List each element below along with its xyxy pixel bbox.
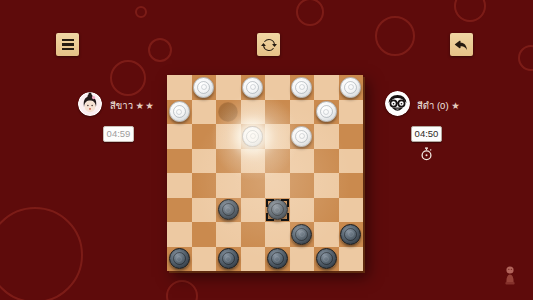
black-player-avatar (385, 91, 410, 116)
black-player-clock: 04:50 (411, 126, 442, 142)
board-cell-r4c5[interactable] (290, 173, 315, 198)
board-cell-r6c1[interactable] (192, 222, 217, 247)
black-piece[interactable] (218, 248, 239, 269)
white-player-clock: 04:59 (103, 126, 134, 142)
decor-ring (296, 0, 324, 26)
pawn-silhouette-icon (503, 265, 517, 287)
black-piece[interactable] (316, 248, 337, 269)
black-piece[interactable] (267, 199, 288, 220)
board-cell-r4c1[interactable] (192, 173, 217, 198)
white-piece[interactable] (340, 77, 361, 98)
board-cell-r3c6[interactable] (314, 149, 339, 174)
white-piece[interactable] (193, 77, 214, 98)
decor-ring (454, 0, 486, 22)
board-cell-r2c5[interactable] (290, 124, 315, 149)
black-piece[interactable] (291, 224, 312, 245)
decor-ring (166, 280, 198, 300)
board-cell-r1c0[interactable] (167, 100, 192, 125)
board-cell-r7c0[interactable] (167, 247, 192, 272)
board-cell-r1c7[interactable] (339, 100, 364, 125)
board-cell-r2c2[interactable] (216, 124, 241, 149)
board-cell-r6c7[interactable] (339, 222, 364, 247)
decor-ring (375, 16, 415, 56)
white-player-name: สีขาว ★★ (110, 98, 155, 113)
board-cell-r4c6[interactable] (314, 173, 339, 198)
board-cell-r0c5[interactable] (290, 75, 315, 100)
board-cell-r5c6[interactable] (314, 198, 339, 223)
board-cell-r6c6[interactable] (314, 222, 339, 247)
board-cell-r6c0[interactable] (167, 222, 192, 247)
board-cell-r6c3[interactable] (241, 222, 266, 247)
board-cell-r5c1[interactable] (192, 198, 217, 223)
black-player-name-text: สีดำ (0) (417, 100, 449, 111)
board-cell-r5c7[interactable] (339, 198, 364, 223)
board-cell-r5c2[interactable] (216, 198, 241, 223)
board-cell-r4c0[interactable] (167, 173, 192, 198)
board-cell-r5c3[interactable] (241, 198, 266, 223)
black-piece[interactable] (169, 248, 190, 269)
board-cell-r6c4[interactable] (265, 222, 290, 247)
black-piece[interactable] (267, 248, 288, 269)
last-move-from-ghost (218, 102, 238, 122)
undo-button[interactable] (450, 33, 473, 56)
white-piece[interactable] (291, 126, 312, 147)
white-player-stars: ★★ (136, 100, 155, 111)
board-cell-r1c2[interactable] (216, 100, 241, 125)
board-cell-r1c5[interactable] (290, 100, 315, 125)
board-cell-r0c4[interactable] (265, 75, 290, 100)
board-cell-r0c1[interactable] (192, 75, 217, 100)
board-cell-r1c6[interactable] (314, 100, 339, 125)
board-cell-r5c0[interactable] (167, 198, 192, 223)
white-piece[interactable] (291, 77, 312, 98)
board-cell-r7c5[interactable] (290, 247, 315, 272)
board-cell-r1c1[interactable] (192, 100, 217, 125)
board-cell-r0c0[interactable] (167, 75, 192, 100)
black-clock-value: 04:50 (415, 128, 439, 139)
white-player-avatar (78, 92, 102, 116)
board-cell-r3c0[interactable] (167, 149, 192, 174)
board-cell-r2c3[interactable] (241, 124, 266, 149)
black-player-name: สีดำ (0) ★ (417, 98, 461, 113)
board-cell-r7c6[interactable] (314, 247, 339, 272)
board-cell-r0c7[interactable] (339, 75, 364, 100)
board-cell-r7c7[interactable] (339, 247, 364, 272)
board-cell-r3c5[interactable] (290, 149, 315, 174)
decor-ring (110, 60, 146, 96)
white-piece[interactable] (242, 77, 263, 98)
board-cell-r4c4[interactable] (265, 173, 290, 198)
board-cell-r1c3[interactable] (241, 100, 266, 125)
hamburger-icon (62, 39, 74, 50)
black-player-stars: ★ (451, 100, 461, 111)
board-cell-r0c6[interactable] (314, 75, 339, 100)
board-cell-r2c6[interactable] (314, 124, 339, 149)
board-cell-r4c3[interactable] (241, 173, 266, 198)
black-piece[interactable] (340, 224, 361, 245)
stopwatch-icon (420, 147, 433, 161)
white-player-name-text: สีขาว (110, 100, 133, 111)
decor-ring (518, 45, 533, 71)
board-cell-r0c3[interactable] (241, 75, 266, 100)
undo-arrow-icon (454, 37, 469, 52)
board-cell-r7c2[interactable] (216, 247, 241, 272)
white-clock-value: 04:59 (107, 128, 131, 139)
game-screen: { "game": "checkers", "variant": "Thai c… (0, 0, 533, 300)
board-cell-r3c1[interactable] (192, 149, 217, 174)
sync-arrows-icon (261, 37, 277, 53)
menu-button[interactable] (56, 33, 79, 56)
decor-ring (148, 38, 172, 62)
restart-button[interactable] (257, 33, 280, 56)
board-cell-r1c4[interactable] (265, 100, 290, 125)
black-piece[interactable] (218, 199, 239, 220)
decor-ring (135, 6, 147, 18)
board-cell-r7c1[interactable] (192, 247, 217, 272)
board-cell-r7c4[interactable] (265, 247, 290, 272)
board-cell-r2c1[interactable] (192, 124, 217, 149)
white-piece[interactable] (316, 101, 337, 122)
white-piece[interactable] (169, 101, 190, 122)
board-cell-r5c4[interactable] (265, 198, 290, 223)
board-cell-r2c7[interactable] (339, 124, 364, 149)
board-cell-r6c2[interactable] (216, 222, 241, 247)
board-cell-r3c7[interactable] (339, 149, 364, 174)
board-cell-r7c3[interactable] (241, 247, 266, 272)
board-cell-r4c7[interactable] (339, 173, 364, 198)
board-cell-r6c5[interactable] (290, 222, 315, 247)
board-cell-r4c2[interactable] (216, 173, 241, 198)
board-cell-r2c4[interactable] (265, 124, 290, 149)
decor-ring (0, 207, 83, 300)
board-cell-r3c2[interactable] (216, 149, 241, 174)
board-cell-r2c0[interactable] (167, 124, 192, 149)
board-cell-r0c2[interactable] (216, 75, 241, 100)
board-cell-r5c5[interactable] (290, 198, 315, 223)
board (167, 75, 363, 271)
white-piece[interactable] (242, 126, 263, 147)
board-cell-r3c4[interactable] (265, 149, 290, 174)
board-cell-r3c3[interactable] (241, 149, 266, 174)
